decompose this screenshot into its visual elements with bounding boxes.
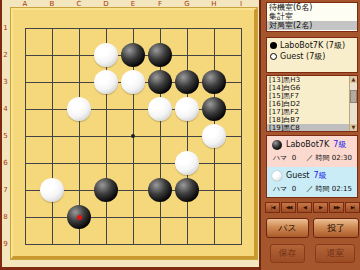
player-info-box: LaboBot7K 7級 ハマ 0 ／ 時間 02:30 Guest 7級 ハマ… <box>266 135 358 198</box>
black-stone-icon <box>270 42 277 49</box>
white-captures: ハマ 0 <box>273 184 296 194</box>
nav-button[interactable]: ◀◀ <box>281 202 296 213</box>
stone-black-H4 <box>202 97 226 121</box>
scroll-down-icon[interactable]: ▼ <box>350 124 357 131</box>
stone-black-F7 <box>148 178 172 202</box>
col-label-E: E <box>126 0 140 8</box>
col-label-D: D <box>99 0 113 8</box>
room-item[interactable]: 待機室(6名) <box>267 3 357 12</box>
move-item[interactable]: [13]黒H3 <box>267 76 349 84</box>
move-list: [13]黒H3[14]白G6[15]黒F7[16]白D2[17]黒F2[18]白… <box>266 75 358 132</box>
nav-button[interactable]: ▶| <box>345 202 360 213</box>
black-captures: ハマ 0 <box>273 153 296 163</box>
player-list-label: LaboBot7K (7級) <box>280 40 345 51</box>
stone-black-G3 <box>175 70 199 94</box>
white-player-name: Guest <box>286 171 310 180</box>
stone-white-H5 <box>202 124 226 148</box>
last-move-marker <box>77 215 82 220</box>
stone-white-D3 <box>94 70 118 94</box>
black-player-name: LaboBot7K <box>286 140 329 149</box>
star-point <box>131 134 135 138</box>
stone-white-F4 <box>148 97 172 121</box>
nav-button[interactable]: ◀ <box>297 202 312 213</box>
stone-white-B7 <box>40 178 64 202</box>
white-stone-icon <box>270 53 277 60</box>
go-app-window: ABCDEFGHI 123456789 待機室(6名)集計室対局室(2名) La… <box>0 0 360 270</box>
row-label-8: 8 <box>1 213 10 221</box>
row-label-9: 9 <box>1 240 10 248</box>
move-item[interactable]: [14]白G6 <box>267 84 349 92</box>
col-label-B: B <box>45 0 59 8</box>
move-item[interactable]: [15]黒F7 <box>267 92 349 100</box>
nav-button[interactable]: |◀ <box>265 202 280 213</box>
stone-black-F3 <box>148 70 172 94</box>
row-label-6: 6 <box>1 159 10 167</box>
stone-white-E3 <box>121 70 145 94</box>
row-label-1: 1 <box>1 24 10 32</box>
white-player-line: Guest 7級 <box>272 170 327 181</box>
row-label-7: 7 <box>1 186 10 194</box>
move-item[interactable]: [18]白B7 <box>267 116 349 124</box>
col-label-G: G <box>180 0 194 8</box>
stone-black-H3 <box>202 70 226 94</box>
black-stone-icon <box>272 140 282 150</box>
scrollbar-thumb[interactable] <box>350 90 357 103</box>
row-label-4: 4 <box>1 105 10 113</box>
window-frame-left <box>0 0 2 270</box>
col-label-H: H <box>207 0 221 8</box>
player-list-item[interactable]: LaboBot7K (7級) <box>270 40 354 51</box>
white-stone-icon <box>272 171 282 181</box>
move-list-scrollbar[interactable]: ▲ ▼ <box>349 76 357 131</box>
move-list-rows: [13]黒H3[14]白G6[15]黒F7[16]白D2[17]黒F2[18]白… <box>267 76 357 132</box>
black-player-line: LaboBot7K 7級 <box>272 139 346 150</box>
stone-black-F2 <box>148 43 172 67</box>
col-label-I: I <box>234 0 248 8</box>
stone-white-G4 <box>175 97 199 121</box>
col-label-F: F <box>153 0 167 8</box>
row-label-5: 5 <box>1 132 10 140</box>
white-time: ／ 時間 02:15 <box>306 184 352 194</box>
leave-room-button[interactable]: 退室 <box>315 244 355 263</box>
room-item[interactable]: 集計室 <box>267 12 357 21</box>
white-player-panel: Guest 7級 ハマ 0 ／ 時間 02:15 <box>267 167 357 198</box>
row-label-2: 2 <box>1 51 10 59</box>
player-list: LaboBot7K (7級)Guest (7級) <box>266 37 358 73</box>
move-item[interactable]: [16]白D2 <box>267 100 349 108</box>
black-player-rank: 7級 <box>333 139 346 150</box>
stone-black-E2 <box>121 43 145 67</box>
stone-white-G6 <box>175 151 199 175</box>
pass-button[interactable]: パス <box>266 218 309 238</box>
save-button[interactable]: 保存 <box>270 244 305 263</box>
col-label-A: A <box>18 0 32 8</box>
room-list: 待機室(6名)集計室対局室(2名) <box>266 2 358 32</box>
nav-button[interactable]: ▶▶ <box>329 202 344 213</box>
stone-white-C4 <box>67 97 91 121</box>
side-panel: 待機室(6名)集計室対局室(2名) LaboBot7K (7級)Guest (7… <box>259 0 360 270</box>
player-list-item[interactable]: Guest (7級) <box>270 51 354 62</box>
move-navigation-bar: |◀◀◀◀▶▶▶▶| <box>265 201 360 214</box>
black-time: ／ 時間 02:30 <box>306 153 352 163</box>
white-player-rank: 7級 <box>314 170 327 181</box>
col-label-C: C <box>72 0 86 8</box>
stone-black-D7 <box>94 178 118 202</box>
black-player-panel: LaboBot7K 7級 ハマ 0 ／ 時間 02:30 <box>267 136 357 167</box>
room-item[interactable]: 対局室(2名) <box>267 21 357 30</box>
row-label-3: 3 <box>1 78 10 86</box>
stone-white-D2 <box>94 43 118 67</box>
resign-button[interactable]: 投了 <box>313 218 359 238</box>
scroll-up-icon[interactable]: ▲ <box>350 76 357 83</box>
nav-button[interactable]: ▶ <box>313 202 328 213</box>
black-player-stats: ハマ 0 ／ 時間 02:30 <box>273 153 352 163</box>
player-list-label: Guest (7級) <box>280 51 325 62</box>
move-item[interactable]: [17]黒F2 <box>267 108 349 116</box>
move-item[interactable]: [19]黒C8 <box>267 124 349 132</box>
white-player-stats: ハマ 0 ／ 時間 02:15 <box>273 184 352 194</box>
stone-black-G7 <box>175 178 199 202</box>
